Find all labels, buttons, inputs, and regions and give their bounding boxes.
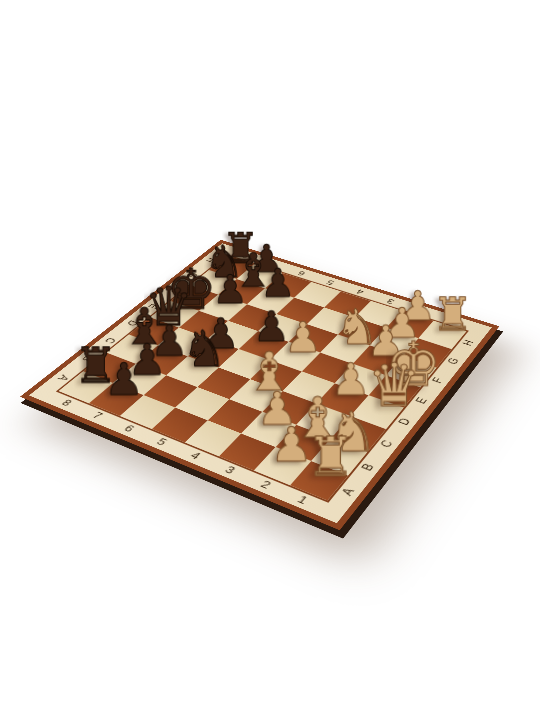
chess-board: ABCDEFGH ABCDEFGH 87654321 87654321 ♜♝♛♚… <box>20 240 499 531</box>
product-photo: ABCDEFGH ABCDEFGH 87654321 87654321 ♜♝♛♚… <box>0 0 540 720</box>
board-grid: ♜♝♛♚♞♜♟♟♟♟♝♟♞♟♟♟♝♟♟♞♟♝♟♟♟♟♜♞♛♚♜ <box>59 255 467 500</box>
